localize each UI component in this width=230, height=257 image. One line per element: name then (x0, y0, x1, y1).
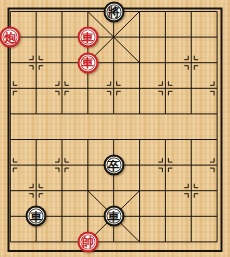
piece-black-chariot[interactable]: 車 (103, 206, 124, 227)
piece-glyph: 帥 (82, 236, 94, 248)
piece-red-chariot[interactable]: 車 (77, 27, 98, 48)
piece-black-soldier[interactable]: 卒 (103, 155, 124, 176)
piece-red-general[interactable]: 帥 (77, 231, 98, 252)
piece-glyph: 將 (108, 6, 120, 18)
piece-glyph: 車 (30, 211, 42, 223)
xiangqi-board: 將炮車車卒車車帥 (0, 0, 230, 257)
piece-black-chariot[interactable]: 車 (26, 206, 47, 227)
piece-black-general[interactable]: 將 (103, 1, 124, 22)
piece-glyph: 炮 (4, 32, 16, 44)
piece-glyph: 車 (108, 211, 120, 223)
piece-red-cannon[interactable]: 炮 (0, 27, 21, 48)
piece-red-chariot[interactable]: 車 (77, 52, 98, 73)
piece-glyph: 車 (82, 57, 94, 69)
piece-glyph: 車 (82, 32, 94, 44)
piece-glyph: 卒 (108, 160, 120, 172)
